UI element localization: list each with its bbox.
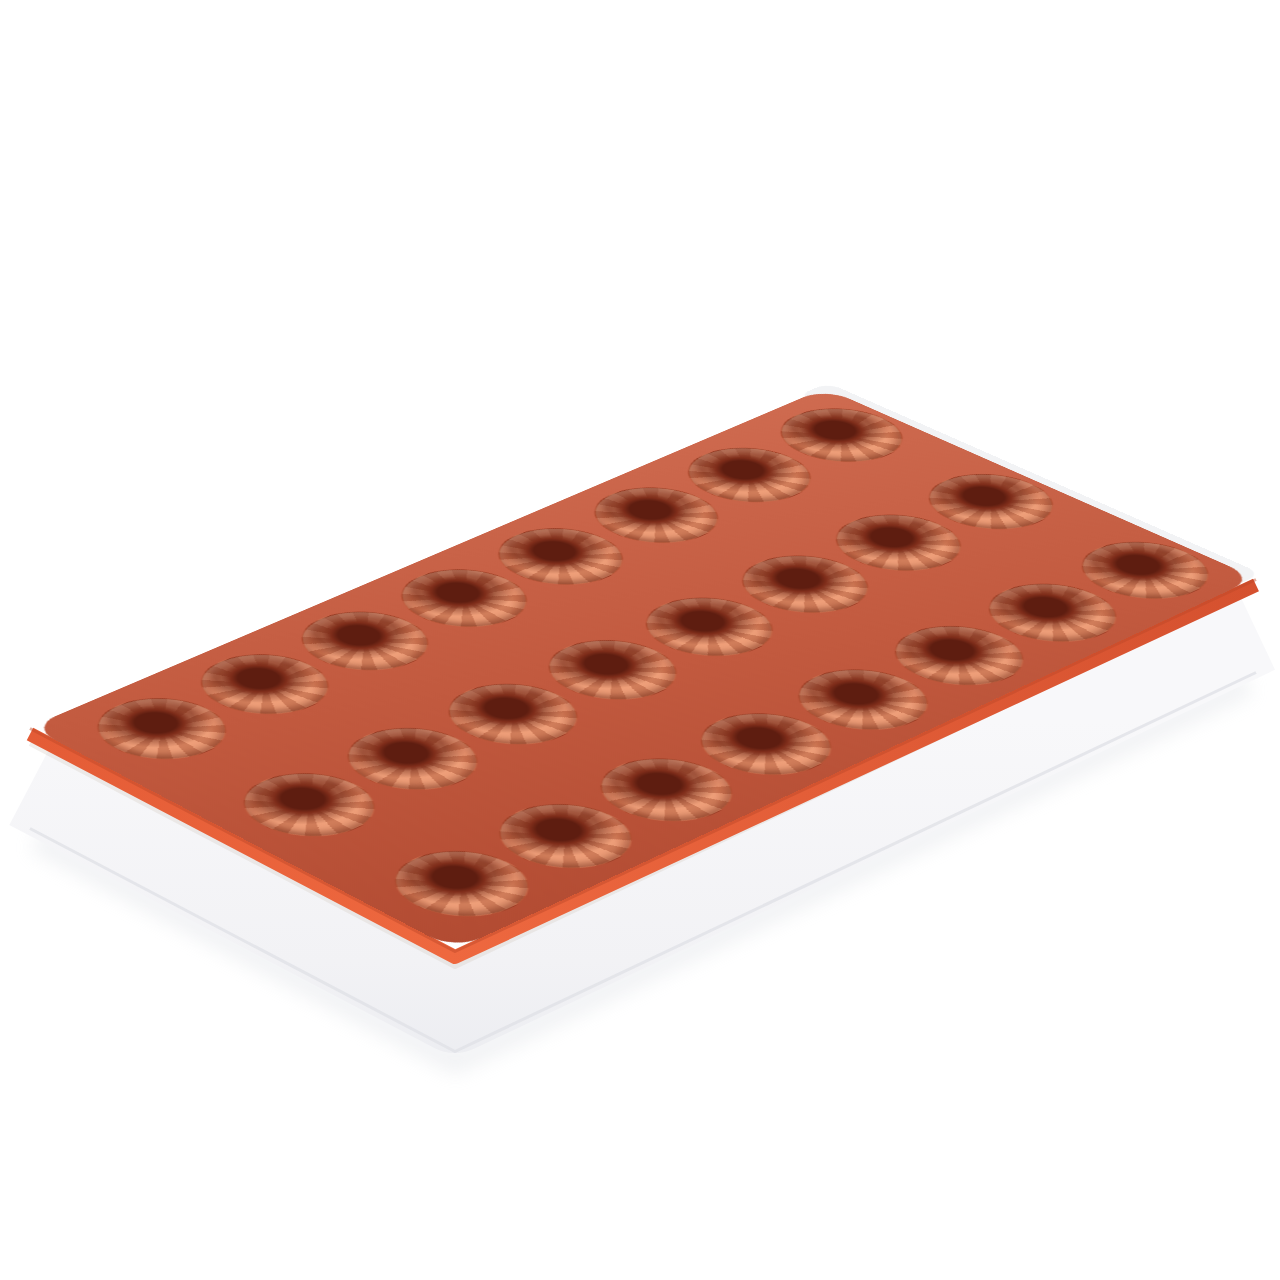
scene bbox=[0, 0, 1280, 1280]
